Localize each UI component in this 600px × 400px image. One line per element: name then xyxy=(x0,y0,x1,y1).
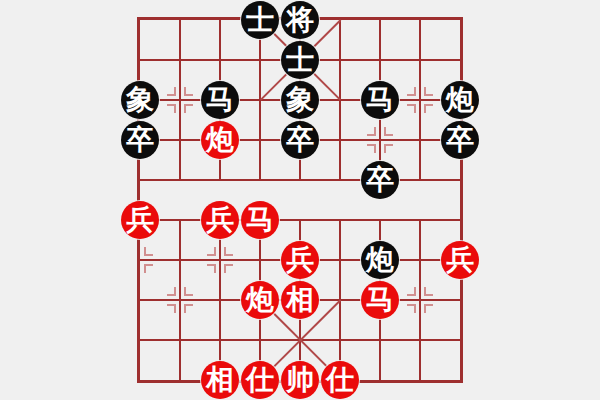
point-marker xyxy=(184,104,193,113)
point-marker xyxy=(224,264,233,273)
piece-black-general[interactable]: 将 xyxy=(281,1,319,39)
piece-black-pawn[interactable]: 卒 xyxy=(281,121,319,159)
piece-red-pawn[interactable]: 兵 xyxy=(281,241,319,279)
piece-red-pawn[interactable]: 兵 xyxy=(201,201,239,239)
xiangqi-board: 士将士象马象马炮卒卒卒卒炮炮兵兵马兵兵炮相马相仕帅仕 xyxy=(0,0,600,400)
xiangqi-app: 士将士象马象马炮卒卒卒卒炮炮兵兵马兵兵炮相马相仕帅仕 xyxy=(0,0,600,400)
piece-red-elephant[interactable]: 相 xyxy=(201,361,239,399)
grid-line-vertical xyxy=(179,20,181,181)
point-marker xyxy=(167,287,176,296)
piece-red-advisor[interactable]: 仕 xyxy=(321,361,359,399)
point-marker xyxy=(424,104,433,113)
piece-black-pawn[interactable]: 卒 xyxy=(441,121,479,159)
piece-red-general[interactable]: 帅 xyxy=(281,361,319,399)
point-marker xyxy=(167,104,176,113)
point-marker xyxy=(184,287,193,296)
point-marker xyxy=(407,287,416,296)
point-marker xyxy=(407,104,416,113)
point-marker xyxy=(224,247,233,256)
piece-red-elephant[interactable]: 相 xyxy=(281,281,319,319)
piece-black-pawn[interactable]: 卒 xyxy=(121,121,159,159)
point-marker xyxy=(207,264,216,273)
point-marker xyxy=(407,87,416,96)
point-marker xyxy=(207,247,216,256)
grid-line-vertical xyxy=(219,219,221,380)
piece-black-advisor[interactable]: 士 xyxy=(241,1,279,39)
piece-black-advisor[interactable]: 士 xyxy=(281,41,319,79)
grid-line-vertical xyxy=(179,219,181,380)
piece-red-pawn[interactable]: 兵 xyxy=(441,241,479,279)
piece-black-pawn[interactable]: 卒 xyxy=(361,161,399,199)
point-marker xyxy=(424,87,433,96)
piece-black-horse[interactable]: 马 xyxy=(361,81,399,119)
grid-line-vertical xyxy=(419,20,421,181)
point-marker xyxy=(407,304,416,313)
point-marker xyxy=(384,144,393,153)
piece-red-pawn[interactable]: 兵 xyxy=(121,201,159,239)
point-marker xyxy=(144,264,153,273)
point-marker xyxy=(367,144,376,153)
point-marker xyxy=(167,304,176,313)
point-marker xyxy=(144,247,153,256)
piece-black-cannon[interactable]: 炮 xyxy=(441,81,479,119)
point-marker xyxy=(367,127,376,136)
point-marker xyxy=(424,287,433,296)
piece-red-horse[interactable]: 马 xyxy=(361,281,399,319)
piece-black-elephant[interactable]: 象 xyxy=(281,81,319,119)
piece-black-cannon[interactable]: 炮 xyxy=(361,241,399,279)
piece-black-horse[interactable]: 马 xyxy=(201,81,239,119)
piece-black-elephant[interactable]: 象 xyxy=(121,81,159,119)
point-marker xyxy=(424,304,433,313)
piece-red-cannon[interactable]: 炮 xyxy=(201,121,239,159)
point-marker xyxy=(384,127,393,136)
point-marker xyxy=(184,87,193,96)
point-marker xyxy=(167,87,176,96)
point-marker xyxy=(184,304,193,313)
piece-red-advisor[interactable]: 仕 xyxy=(241,361,279,399)
piece-red-cannon[interactable]: 炮 xyxy=(241,281,279,319)
piece-red-horse[interactable]: 马 xyxy=(241,201,279,239)
grid-line-vertical xyxy=(419,219,421,380)
